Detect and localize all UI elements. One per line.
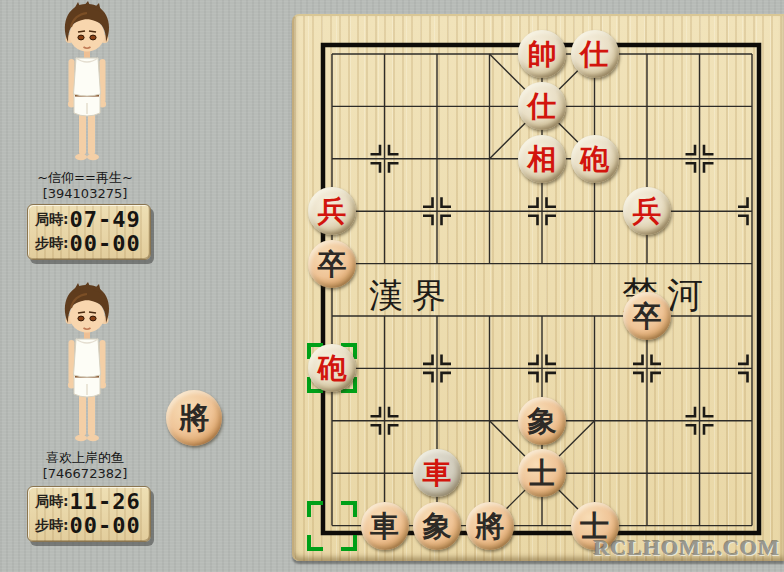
player-top-avatar (55, 0, 119, 166)
player-top-clock: 局時: 07-49 步時: 00-00 (27, 204, 151, 260)
game-time-value: 07-49 (70, 209, 141, 231)
piece-red-soldier-1[interactable]: 兵 (308, 187, 356, 235)
piece-black-chariot[interactable]: 車 (361, 502, 409, 550)
player-bottom-clock: 局時: 11-26 步時: 00-00 (27, 486, 151, 542)
move-highlight-corner (341, 535, 357, 551)
piece-black-elephant-1[interactable]: 象 (518, 397, 566, 445)
move-highlight-corner (307, 535, 323, 551)
xiangqi-game-window: ~信仰==再生~ [394103275] 局時: 07-49 步時: 00-00… (0, 0, 784, 572)
move-time-value: 00-00 (70, 233, 141, 255)
piece-red-king[interactable]: 帥 (518, 30, 566, 78)
game-time-label: 局時: (35, 493, 69, 511)
player-top-id: [394103275] (5, 186, 165, 201)
move-time-value: 00-00 (70, 515, 141, 537)
player-bottom-id: [746672382] (5, 466, 165, 481)
piece-black-soldier-1[interactable]: 卒 (308, 240, 356, 288)
player-bottom-avatar (55, 281, 119, 447)
piece-red-advisor-1[interactable]: 仕 (571, 30, 619, 78)
river-text-left: 漢界 (352, 273, 472, 319)
move-time-label: 步時: (35, 517, 69, 535)
piece-red-elephant[interactable]: 相 (518, 135, 566, 183)
piece-red-cannon-1[interactable]: 砲 (571, 135, 619, 183)
player-bottom-side-piece: 將 (166, 390, 222, 446)
player-bottom-name: 喜欢上岸的鱼 (5, 449, 165, 467)
move-highlight-corner (307, 501, 323, 517)
game-time-value: 11-26 (70, 491, 141, 513)
move-time-label: 步時: (35, 235, 69, 253)
piece-black-soldier-2[interactable]: 卒 (623, 292, 671, 340)
piece-red-chariot[interactable]: 車 (413, 449, 461, 497)
piece-black-advisor-1[interactable]: 士 (518, 449, 566, 497)
move-highlight (307, 501, 357, 551)
piece-black-elephant-2[interactable]: 象 (413, 502, 461, 550)
xiangqi-board[interactable]: 漢界 楚河 帥仕仕相砲兵兵卒卒砲象車士車象將士 (292, 14, 784, 561)
move-highlight-corner (341, 501, 357, 517)
game-time-label: 局時: (35, 211, 69, 229)
watermark: RCLHOME.COM (594, 535, 780, 561)
player-top-name: ~信仰==再生~ (5, 169, 165, 187)
piece-red-soldier-2[interactable]: 兵 (623, 187, 671, 235)
piece-black-king[interactable]: 將 (466, 502, 514, 550)
